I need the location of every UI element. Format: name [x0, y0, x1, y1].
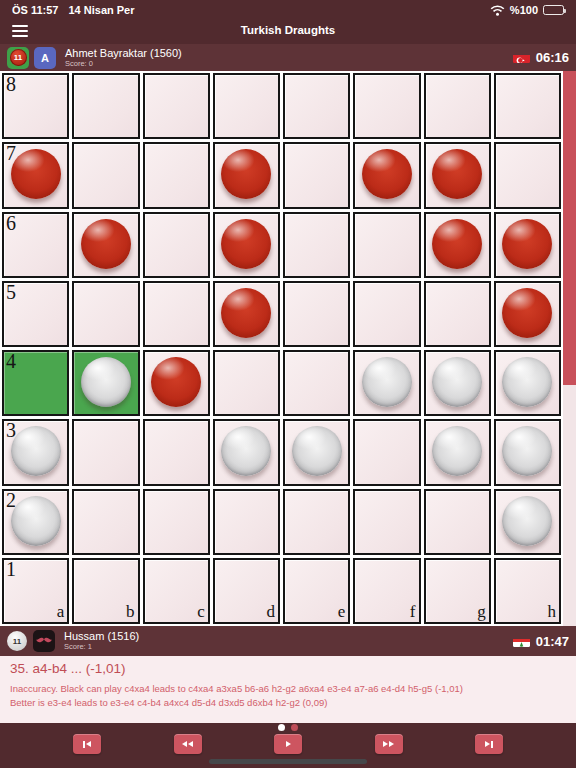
- file-label-b: b: [126, 603, 135, 622]
- square-h5[interactable]: [494, 281, 561, 347]
- rewind-button[interactable]: [174, 734, 202, 754]
- page-dot-1[interactable]: [278, 724, 285, 731]
- square-b8[interactable]: [72, 73, 139, 139]
- square-d2[interactable]: [213, 489, 280, 555]
- square-d3[interactable]: [213, 419, 280, 485]
- file-label-d: d: [267, 603, 276, 622]
- square-f6[interactable]: [353, 212, 420, 278]
- player-top-info: Ahmet Bayraktar (1560) Score: 0: [65, 47, 182, 68]
- player-top-name: Ahmet Bayraktar (1560): [65, 47, 182, 60]
- white-piece-g3[interactable]: [432, 426, 482, 476]
- board: 87654321abcdefgh: [2, 73, 561, 624]
- red-piece-count-badge: 11: [7, 47, 29, 69]
- red-piece-f7[interactable]: [362, 149, 412, 199]
- square-a6[interactable]: 6: [2, 212, 69, 278]
- square-h4[interactable]: [494, 350, 561, 416]
- square-c8[interactable]: [143, 73, 210, 139]
- player-bottom-score: Score: 1: [64, 643, 139, 652]
- square-c5[interactable]: [143, 281, 210, 347]
- player-bottom-clock: 01:47: [536, 634, 569, 649]
- analysis-panel: 35. a4-b4 ... (-1,01) Inaccuracy. Black …: [0, 656, 576, 723]
- square-h8[interactable]: [494, 73, 561, 139]
- file-label-g: g: [477, 603, 486, 622]
- square-e1[interactable]: e: [283, 558, 350, 624]
- avatar[interactable]: [33, 630, 55, 652]
- white-piece-h2[interactable]: [502, 496, 552, 546]
- white-piece-g4[interactable]: [432, 357, 482, 407]
- file-label-h: h: [548, 603, 557, 622]
- square-f3[interactable]: [353, 419, 420, 485]
- analysis-line-2: Better is e3-e4 leads to e3-e4 c4-b4 a4x…: [10, 696, 566, 710]
- square-g3[interactable]: [424, 419, 491, 485]
- skip-start-button[interactable]: [73, 734, 101, 754]
- red-piece-h6[interactable]: [502, 219, 552, 269]
- status-right: %100: [490, 4, 564, 16]
- wifi-icon: [490, 5, 505, 16]
- square-b3[interactable]: [72, 419, 139, 485]
- square-h6[interactable]: [494, 212, 561, 278]
- skip-end-icon: [485, 741, 493, 748]
- square-f4[interactable]: [353, 350, 420, 416]
- player-bar-top: 11 A Ahmet Bayraktar (1560) Score: 0 06:…: [0, 44, 576, 71]
- red-piece-g6[interactable]: [432, 219, 482, 269]
- square-a1[interactable]: 1a: [2, 558, 69, 624]
- file-label-c: c: [197, 603, 205, 622]
- rank-label-5: 5: [6, 282, 16, 303]
- square-b5[interactable]: [72, 281, 139, 347]
- red-piece-g7[interactable]: [432, 149, 482, 199]
- white-piece-h4[interactable]: [502, 357, 552, 407]
- fast-forward-button[interactable]: [375, 734, 403, 754]
- nav-bar: Turkish Draughts: [0, 20, 576, 44]
- square-c2[interactable]: [143, 489, 210, 555]
- lebanon-flag-icon: [513, 636, 530, 647]
- battery-percent: %100: [510, 4, 538, 16]
- white-piece-f4[interactable]: [362, 357, 412, 407]
- play-icon: [286, 741, 291, 747]
- square-c3[interactable]: [143, 419, 210, 485]
- rank-label-8: 8: [6, 74, 16, 95]
- red-piece-count: 11: [10, 49, 27, 66]
- file-label-e: e: [338, 603, 346, 622]
- move-annotation: 35. a4-b4 ... (-1,01): [10, 661, 566, 676]
- skip-start-icon: [83, 741, 91, 748]
- square-e4[interactable]: [283, 350, 350, 416]
- square-h3[interactable]: [494, 419, 561, 485]
- square-a8[interactable]: 8: [2, 73, 69, 139]
- play-button[interactable]: [274, 734, 302, 754]
- square-g7[interactable]: [424, 142, 491, 208]
- status-date: 14 Nisan Per: [68, 4, 134, 16]
- player-top-score: Score: 0: [65, 60, 182, 69]
- playback-controls: [0, 734, 576, 754]
- white-piece-count: 11: [7, 631, 27, 651]
- white-piece-b4[interactable]: [81, 357, 131, 407]
- square-h1[interactable]: h: [494, 558, 561, 624]
- red-piece-a7[interactable]: [11, 149, 61, 199]
- square-d7[interactable]: [213, 142, 280, 208]
- square-e3[interactable]: [283, 419, 350, 485]
- analysis-line-1: Inaccuracy. Black can play c4xa4 leads t…: [10, 682, 566, 696]
- white-piece-h3[interactable]: [502, 426, 552, 476]
- square-g2[interactable]: [424, 489, 491, 555]
- square-e6[interactable]: [283, 212, 350, 278]
- home-indicator[interactable]: [209, 759, 367, 764]
- square-f7[interactable]: [353, 142, 420, 208]
- white-piece-e3[interactable]: [292, 426, 342, 476]
- square-a7[interactable]: 7: [2, 142, 69, 208]
- square-d6[interactable]: [213, 212, 280, 278]
- player-bar-bottom: 11 Hussam (1516) Score: 1 01:47: [0, 626, 576, 656]
- status-time: ÖS 11:57: [12, 4, 58, 16]
- evaluation-bar: [563, 71, 576, 626]
- battery-icon: [543, 5, 564, 15]
- status-left: ÖS 11:5714 Nisan Per: [12, 4, 145, 16]
- white-piece-a2[interactable]: [11, 496, 61, 546]
- rewind-icon: [182, 741, 193, 747]
- square-g1[interactable]: g: [424, 558, 491, 624]
- avatar[interactable]: A: [34, 47, 56, 69]
- square-f8[interactable]: [353, 73, 420, 139]
- white-piece-d3[interactable]: [221, 426, 271, 476]
- page-title: Turkish Draughts: [0, 24, 576, 36]
- square-b1[interactable]: b: [72, 558, 139, 624]
- square-a2[interactable]: 2: [2, 489, 69, 555]
- red-piece-d7[interactable]: [221, 149, 271, 199]
- file-label-a: a: [57, 603, 65, 622]
- mustache-icon: [36, 637, 52, 645]
- red-piece-c4[interactable]: [151, 357, 201, 407]
- square-e7[interactable]: [283, 142, 350, 208]
- square-c4[interactable]: [143, 350, 210, 416]
- square-b6[interactable]: [72, 212, 139, 278]
- square-b2[interactable]: [72, 489, 139, 555]
- square-e8[interactable]: [283, 73, 350, 139]
- square-g5[interactable]: [424, 281, 491, 347]
- square-g8[interactable]: [424, 73, 491, 139]
- square-d8[interactable]: [213, 73, 280, 139]
- status-bar: ÖS 11:5714 Nisan Per %100: [0, 0, 576, 20]
- square-c6[interactable]: [143, 212, 210, 278]
- square-d1[interactable]: d: [213, 558, 280, 624]
- square-e5[interactable]: [283, 281, 350, 347]
- square-c7[interactable]: [143, 142, 210, 208]
- rank-label-6: 6: [6, 213, 16, 234]
- square-a5[interactable]: 5: [2, 281, 69, 347]
- square-f1[interactable]: f: [353, 558, 420, 624]
- board-wrap: 87654321abcdefgh: [0, 71, 563, 626]
- square-c1[interactable]: c: [143, 558, 210, 624]
- square-f5[interactable]: [353, 281, 420, 347]
- skip-end-button[interactable]: [475, 734, 503, 754]
- square-a3[interactable]: 3: [2, 419, 69, 485]
- square-g6[interactable]: [424, 212, 491, 278]
- square-h2[interactable]: [494, 489, 561, 555]
- fast-forward-icon: [383, 741, 394, 747]
- square-g4[interactable]: [424, 350, 491, 416]
- square-e2[interactable]: [283, 489, 350, 555]
- square-a4[interactable]: 4: [2, 350, 69, 416]
- file-label-f: f: [410, 603, 416, 622]
- app-screen: ÖS 11:5714 Nisan Per %100 Turkish Draugh…: [0, 0, 576, 768]
- rank-label-1: 1: [6, 559, 16, 580]
- page-dots: [0, 724, 576, 731]
- red-piece-d6[interactable]: [221, 219, 271, 269]
- white-piece-a3[interactable]: [11, 426, 61, 476]
- square-f2[interactable]: [353, 489, 420, 555]
- square-h7[interactable]: [494, 142, 561, 208]
- turkey-flag-icon: [513, 52, 530, 63]
- page-dot-2[interactable]: [291, 724, 298, 731]
- evaluation-bar-red: [563, 71, 576, 385]
- square-d4[interactable]: [213, 350, 280, 416]
- square-b7[interactable]: [72, 142, 139, 208]
- player-top-clock: 06:16: [536, 50, 569, 65]
- red-piece-b6[interactable]: [81, 219, 131, 269]
- square-d5[interactable]: [213, 281, 280, 347]
- red-piece-h5[interactable]: [502, 288, 552, 338]
- rank-label-4: 4: [6, 351, 16, 372]
- square-b4[interactable]: [72, 350, 139, 416]
- red-piece-d5[interactable]: [221, 288, 271, 338]
- player-bottom-info: Hussam (1516) Score: 1: [64, 630, 139, 651]
